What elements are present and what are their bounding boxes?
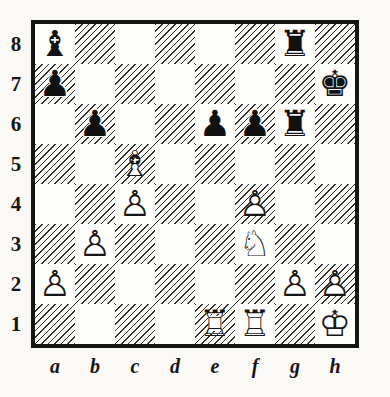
square-c2 bbox=[115, 264, 155, 304]
piece-outline: ♔ bbox=[315, 304, 355, 344]
rank-label-2: 2 bbox=[4, 264, 28, 304]
square-g8: ♜ bbox=[275, 24, 315, 64]
square-b3: ♟♙ bbox=[75, 224, 115, 264]
piece-outline: ♗ bbox=[115, 144, 155, 184]
square-b6: ♟ bbox=[75, 104, 115, 144]
piece-white-bishop: ♝♗ bbox=[115, 144, 155, 184]
piece-white-pawn: ♟♙ bbox=[275, 264, 315, 304]
square-h6 bbox=[315, 104, 355, 144]
square-f5 bbox=[235, 144, 275, 184]
square-e2 bbox=[195, 264, 235, 304]
square-g5 bbox=[275, 144, 315, 184]
chess-diagram: 87654321 ♝♜♟♚♟♟♟♜♝♗♟♙♟♙♟♙♞♘♟♙♟♙♟♙♜♖♜♖♚♔ … bbox=[0, 0, 390, 397]
square-a2: ♟♙ bbox=[35, 264, 75, 304]
chess-board: ♝♜♟♚♟♟♟♜♝♗♟♙♟♙♟♙♞♘♟♙♟♙♟♙♜♖♜♖♚♔ bbox=[35, 24, 355, 344]
rank-label-8: 8 bbox=[4, 24, 28, 64]
piece-white-pawn: ♟♙ bbox=[315, 264, 355, 304]
piece-glyph: ♟ bbox=[75, 104, 115, 144]
square-d6 bbox=[155, 104, 195, 144]
square-e4 bbox=[195, 184, 235, 224]
piece-white-pawn: ♟♙ bbox=[35, 264, 75, 304]
square-d8 bbox=[155, 24, 195, 64]
square-f4: ♟♙ bbox=[235, 184, 275, 224]
square-b5 bbox=[75, 144, 115, 184]
piece-outline: ♙ bbox=[235, 184, 275, 224]
piece-white-knight: ♞♘ bbox=[235, 224, 275, 264]
square-c7 bbox=[115, 64, 155, 104]
rank-label-6: 6 bbox=[4, 104, 28, 144]
rank-label-3: 3 bbox=[4, 224, 28, 264]
square-h3 bbox=[315, 224, 355, 264]
square-a7: ♟ bbox=[35, 64, 75, 104]
piece-white-king: ♚♔ bbox=[315, 304, 355, 344]
piece-white-rook: ♜♖ bbox=[195, 304, 235, 344]
piece-glyph: ♝ bbox=[35, 24, 75, 64]
rank-label-4: 4 bbox=[4, 184, 28, 224]
piece-white-rook: ♜♖ bbox=[235, 304, 275, 344]
piece-glyph: ♜ bbox=[275, 24, 315, 64]
file-labels: abcdefgh bbox=[35, 352, 355, 380]
square-g4 bbox=[275, 184, 315, 224]
square-e7 bbox=[195, 64, 235, 104]
square-a1 bbox=[35, 304, 75, 344]
piece-outline: ♙ bbox=[75, 224, 115, 264]
piece-black-pawn: ♟ bbox=[195, 104, 235, 144]
square-e3 bbox=[195, 224, 235, 264]
square-a6 bbox=[35, 104, 75, 144]
piece-white-pawn: ♟♙ bbox=[235, 184, 275, 224]
piece-outline: ♙ bbox=[115, 184, 155, 224]
square-c8 bbox=[115, 24, 155, 64]
square-a4 bbox=[35, 184, 75, 224]
piece-black-king: ♚ bbox=[315, 64, 355, 104]
rank-label-5: 5 bbox=[4, 144, 28, 184]
piece-black-pawn: ♟ bbox=[235, 104, 275, 144]
square-d3 bbox=[155, 224, 195, 264]
square-f3: ♞♘ bbox=[235, 224, 275, 264]
piece-outline: ♘ bbox=[235, 224, 275, 264]
square-g2: ♟♙ bbox=[275, 264, 315, 304]
square-c3 bbox=[115, 224, 155, 264]
square-c4: ♟♙ bbox=[115, 184, 155, 224]
square-h2: ♟♙ bbox=[315, 264, 355, 304]
piece-outline: ♖ bbox=[235, 304, 275, 344]
square-e1: ♜♖ bbox=[195, 304, 235, 344]
square-h8 bbox=[315, 24, 355, 64]
file-label-a: a bbox=[35, 352, 75, 380]
piece-glyph: ♟ bbox=[195, 104, 235, 144]
square-a3 bbox=[35, 224, 75, 264]
square-f6: ♟ bbox=[235, 104, 275, 144]
board-frame: ♝♜♟♚♟♟♟♜♝♗♟♙♟♙♟♙♞♘♟♙♟♙♟♙♜♖♜♖♚♔ bbox=[31, 20, 359, 348]
piece-glyph: ♟ bbox=[35, 64, 75, 104]
square-d4 bbox=[155, 184, 195, 224]
square-e8 bbox=[195, 24, 235, 64]
square-h4 bbox=[315, 184, 355, 224]
piece-glyph: ♟ bbox=[235, 104, 275, 144]
square-f2 bbox=[235, 264, 275, 304]
square-c1 bbox=[115, 304, 155, 344]
square-b4 bbox=[75, 184, 115, 224]
piece-glyph: ♚ bbox=[315, 64, 355, 104]
square-h5 bbox=[315, 144, 355, 184]
piece-black-pawn: ♟ bbox=[35, 64, 75, 104]
file-label-h: h bbox=[315, 352, 355, 380]
square-f1: ♜♖ bbox=[235, 304, 275, 344]
square-g3 bbox=[275, 224, 315, 264]
square-c6 bbox=[115, 104, 155, 144]
file-label-c: c bbox=[115, 352, 155, 380]
square-b7 bbox=[75, 64, 115, 104]
square-h7: ♚ bbox=[315, 64, 355, 104]
square-b8 bbox=[75, 24, 115, 64]
square-f7 bbox=[235, 64, 275, 104]
piece-glyph: ♜ bbox=[275, 104, 315, 144]
piece-black-bishop: ♝ bbox=[35, 24, 75, 64]
square-g6: ♜ bbox=[275, 104, 315, 144]
piece-black-pawn: ♟ bbox=[75, 104, 115, 144]
square-f8 bbox=[235, 24, 275, 64]
piece-outline: ♖ bbox=[195, 304, 235, 344]
square-e6: ♟ bbox=[195, 104, 235, 144]
square-d7 bbox=[155, 64, 195, 104]
square-g1 bbox=[275, 304, 315, 344]
square-d1 bbox=[155, 304, 195, 344]
file-label-e: e bbox=[195, 352, 235, 380]
file-label-d: d bbox=[155, 352, 195, 380]
piece-white-pawn: ♟♙ bbox=[115, 184, 155, 224]
piece-black-rook: ♜ bbox=[275, 104, 315, 144]
piece-white-pawn: ♟♙ bbox=[75, 224, 115, 264]
piece-outline: ♙ bbox=[275, 264, 315, 304]
square-a8: ♝ bbox=[35, 24, 75, 64]
square-d5 bbox=[155, 144, 195, 184]
square-h1: ♚♔ bbox=[315, 304, 355, 344]
piece-outline: ♙ bbox=[315, 264, 355, 304]
file-label-f: f bbox=[235, 352, 275, 380]
piece-outline: ♙ bbox=[35, 264, 75, 304]
square-g7 bbox=[275, 64, 315, 104]
rank-label-1: 1 bbox=[4, 304, 28, 344]
square-b1 bbox=[75, 304, 115, 344]
square-c5: ♝♗ bbox=[115, 144, 155, 184]
piece-black-rook: ♜ bbox=[275, 24, 315, 64]
rank-label-7: 7 bbox=[4, 64, 28, 104]
square-e5 bbox=[195, 144, 235, 184]
square-b2 bbox=[75, 264, 115, 304]
rank-labels: 87654321 bbox=[4, 24, 28, 344]
file-label-b: b bbox=[75, 352, 115, 380]
square-a5 bbox=[35, 144, 75, 184]
square-d2 bbox=[155, 264, 195, 304]
file-label-g: g bbox=[275, 352, 315, 380]
